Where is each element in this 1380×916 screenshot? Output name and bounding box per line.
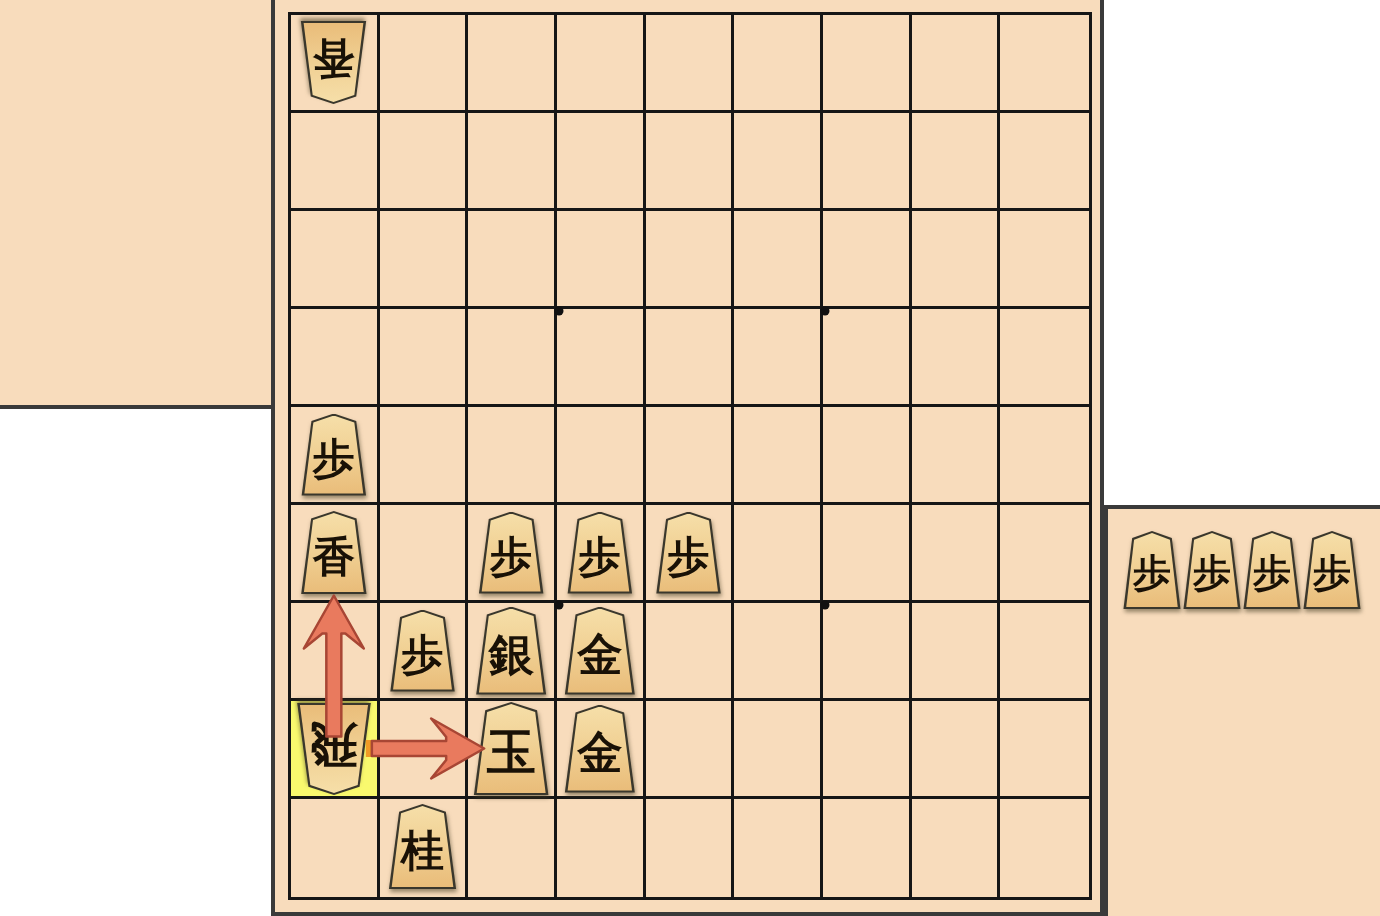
square-2h[interactable] — [912, 701, 1001, 799]
piece-9f-sente-lance[interactable]: 香 — [298, 511, 369, 594]
square-3i[interactable] — [823, 799, 912, 897]
square-6i[interactable] — [557, 799, 646, 897]
square-7a[interactable] — [468, 15, 557, 113]
shogi-app: 香歩香歩歩歩歩銀金飛玉金桂 歩歩歩歩 — [0, 0, 1380, 916]
square-3e[interactable] — [823, 407, 912, 505]
piece-kanji: 歩 — [1133, 554, 1171, 592]
square-4h[interactable] — [734, 701, 823, 799]
piece-7f-sente-pawn[interactable]: 歩 — [476, 512, 546, 594]
gote-captured-tray — [0, 0, 271, 409]
square-2e[interactable] — [912, 407, 1001, 505]
square-7e[interactable] — [468, 407, 557, 505]
square-8c[interactable] — [380, 211, 469, 309]
piece-kanji: 歩 — [579, 535, 621, 577]
square-1e[interactable] — [1000, 407, 1089, 505]
hand-piece-pawn-2[interactable]: 歩 — [1181, 531, 1243, 609]
square-9g[interactable] — [291, 603, 380, 701]
square-2c[interactable] — [912, 211, 1001, 309]
square-3c[interactable] — [823, 211, 912, 309]
piece-kanji: 歩 — [668, 535, 710, 577]
square-1c[interactable] — [1000, 211, 1089, 309]
square-4a[interactable] — [734, 15, 823, 113]
square-2f[interactable] — [912, 505, 1001, 603]
square-9d[interactable] — [291, 309, 380, 407]
square-7d[interactable] — [468, 309, 557, 407]
piece-5f-sente-pawn[interactable]: 歩 — [654, 512, 724, 594]
hand-piece-pawn-1[interactable]: 歩 — [1121, 531, 1183, 609]
square-3a[interactable] — [823, 15, 912, 113]
square-8h[interactable] — [380, 701, 469, 799]
hand-piece-pawn-4[interactable]: 歩 — [1301, 531, 1363, 609]
piece-6g-sente-gold[interactable]: 金 — [562, 607, 638, 695]
shogi-board: 香歩香歩歩歩歩銀金飛玉金桂 — [271, 0, 1104, 916]
piece-kanji: 飛 — [310, 720, 358, 768]
square-6c[interactable] — [557, 211, 646, 309]
square-5a[interactable] — [646, 15, 735, 113]
square-8a[interactable] — [380, 15, 469, 113]
square-6e[interactable] — [557, 407, 646, 505]
piece-kanji: 歩 — [402, 633, 444, 675]
square-6a[interactable] — [557, 15, 646, 113]
square-4c[interactable] — [734, 211, 823, 309]
star-point — [820, 600, 829, 609]
piece-7g-sente-silver[interactable]: 銀 — [473, 607, 549, 695]
square-9c[interactable] — [291, 211, 380, 309]
square-3f[interactable] — [823, 505, 912, 603]
sente-captured-tray: 歩歩歩歩 — [1104, 505, 1380, 916]
square-1h[interactable] — [1000, 701, 1089, 799]
square-1i[interactable] — [1000, 799, 1089, 897]
square-4d[interactable] — [734, 309, 823, 407]
piece-kanji: 歩 — [1193, 554, 1231, 592]
square-1a[interactable] — [1000, 15, 1089, 113]
piece-7h-sente-king[interactable]: 玉 — [471, 702, 552, 795]
square-3h[interactable] — [823, 701, 912, 799]
piece-8g-sente-pawn[interactable]: 歩 — [388, 610, 458, 692]
square-3g[interactable] — [823, 603, 912, 701]
square-5c[interactable] — [646, 211, 735, 309]
square-2b[interactable] — [912, 113, 1001, 211]
piece-6f-sente-pawn[interactable]: 歩 — [565, 512, 635, 594]
hand-piece-pawn-3[interactable]: 歩 — [1241, 531, 1303, 609]
piece-9a-gote-lance[interactable]: 香 — [298, 21, 369, 104]
piece-kanji: 金 — [577, 632, 622, 677]
piece-8i-sente-knight[interactable]: 桂 — [386, 804, 459, 889]
square-6d[interactable] — [557, 309, 646, 407]
square-2i[interactable] — [912, 799, 1001, 897]
square-1b[interactable] — [1000, 113, 1089, 211]
piece-kanji: 歩 — [490, 535, 532, 577]
square-4e[interactable] — [734, 407, 823, 505]
piece-kanji: 歩 — [1313, 554, 1351, 592]
square-9i[interactable] — [291, 799, 380, 897]
piece-kanji: 歩 — [1253, 554, 1291, 592]
square-7i[interactable] — [468, 799, 557, 897]
square-4f[interactable] — [734, 505, 823, 603]
piece-kanji: 桂 — [401, 829, 444, 872]
square-6b[interactable] — [557, 113, 646, 211]
square-4i[interactable] — [734, 799, 823, 897]
square-2a[interactable] — [912, 15, 1001, 113]
square-2d[interactable] — [912, 309, 1001, 407]
piece-kanji: 銀 — [489, 632, 534, 677]
square-5b[interactable] — [646, 113, 735, 211]
piece-kanji: 香 — [313, 535, 355, 577]
piece-kanji: 玉 — [487, 728, 536, 777]
piece-kanji: 歩 — [313, 437, 355, 479]
piece-kanji: 香 — [313, 38, 355, 80]
star-point — [554, 306, 563, 315]
square-8f[interactable] — [380, 505, 469, 603]
square-8d[interactable] — [380, 309, 469, 407]
square-3d[interactable] — [823, 309, 912, 407]
square-9b[interactable] — [291, 113, 380, 211]
square-7b[interactable] — [468, 113, 557, 211]
square-5e[interactable] — [646, 407, 735, 505]
square-2g[interactable] — [912, 603, 1001, 701]
square-3b[interactable] — [823, 113, 912, 211]
piece-9e-sente-pawn[interactable]: 歩 — [299, 414, 369, 496]
square-8e[interactable] — [380, 407, 469, 505]
piece-9h-gote-rook[interactable]: 飛 — [294, 703, 374, 795]
square-4g[interactable] — [734, 603, 823, 701]
square-8b[interactable] — [380, 113, 469, 211]
piece-kanji: 金 — [577, 730, 622, 775]
square-1g[interactable] — [1000, 603, 1089, 701]
board-grid — [288, 12, 1092, 900]
piece-6h-sente-gold[interactable]: 金 — [562, 705, 638, 793]
square-5d[interactable] — [646, 309, 735, 407]
square-5i[interactable] — [646, 799, 735, 897]
square-5h[interactable] — [646, 701, 735, 799]
square-5g[interactable] — [646, 603, 735, 701]
square-1f[interactable] — [1000, 505, 1089, 603]
square-7c[interactable] — [468, 211, 557, 309]
square-4b[interactable] — [734, 113, 823, 211]
square-1d[interactable] — [1000, 309, 1089, 407]
star-point — [820, 306, 829, 315]
